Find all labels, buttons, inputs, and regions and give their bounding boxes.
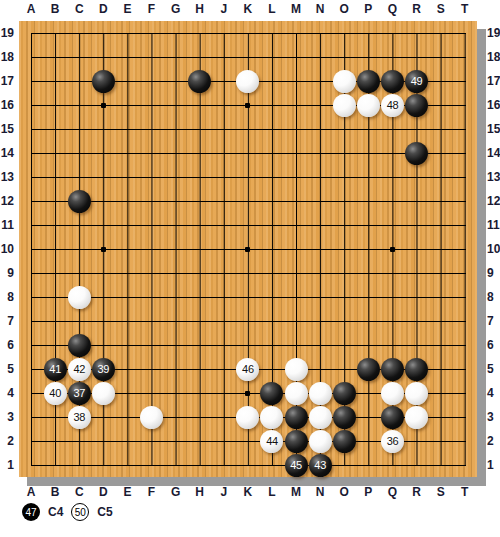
star-dot	[245, 103, 250, 108]
column-label-S: S	[429, 484, 453, 500]
row-label-2: 2	[486, 429, 500, 453]
point-M5	[284, 357, 308, 381]
point-Q2: 36	[380, 429, 404, 453]
star-point-K10	[236, 237, 260, 261]
stone-H17[interactable]	[188, 70, 211, 93]
column-label-R: R	[405, 484, 429, 500]
stone-M5[interactable]	[285, 358, 308, 381]
column-label-E: E	[115, 0, 139, 17]
row-label-13: 13	[486, 165, 500, 189]
point-R17: 49	[405, 69, 429, 93]
point-K3	[236, 405, 260, 429]
row-label-6: 6	[486, 333, 500, 357]
star-point-Q10	[380, 237, 404, 261]
stone-R3[interactable]	[405, 406, 428, 429]
move-number: 42	[73, 364, 85, 375]
row-label-4: 4	[0, 381, 16, 405]
stone-D17[interactable]	[92, 70, 115, 93]
board-shadow-bottom	[27, 477, 486, 486]
row-labels-left: 19181716151413121110987654321	[0, 21, 16, 477]
row-label-7: 7	[0, 309, 16, 333]
move-number: 44	[266, 436, 278, 447]
move-number: 49	[411, 76, 423, 87]
row-label-18: 18	[486, 45, 500, 69]
row-label-19: 19	[0, 21, 16, 45]
star-dot	[101, 247, 106, 252]
star-point-D16	[91, 93, 115, 117]
stone-N1[interactable]: 43	[309, 454, 332, 477]
column-label-L: L	[260, 0, 284, 17]
column-labels-top: ABCDEFGHJKLMNOPQRST	[19, 0, 477, 17]
stone-K5[interactable]: 46	[236, 358, 259, 381]
stone-R16[interactable]	[405, 94, 428, 117]
move-number: 37	[73, 388, 85, 399]
stone-M1[interactable]: 45	[285, 454, 308, 477]
move-number: 43	[314, 460, 326, 471]
row-label-4: 4	[486, 381, 500, 405]
point-N2	[308, 429, 332, 453]
column-label-J: J	[212, 0, 236, 17]
stone-C5[interactable]: 42	[68, 358, 91, 381]
stone-O17[interactable]	[333, 70, 356, 93]
row-label-18: 18	[0, 45, 16, 69]
row-label-16: 16	[486, 93, 500, 117]
column-label-H: H	[188, 484, 212, 500]
column-label-K: K	[236, 484, 260, 500]
row-label-15: 15	[486, 117, 500, 141]
stone-R4[interactable]	[405, 382, 428, 405]
point-D4	[91, 381, 115, 405]
move-number: 45	[290, 460, 302, 471]
stone-P16[interactable]	[357, 94, 380, 117]
column-label-M: M	[284, 484, 308, 500]
point-R4	[405, 381, 429, 405]
point-B4: 40	[43, 381, 67, 405]
point-R3	[405, 405, 429, 429]
stone-Q4[interactable]	[381, 382, 404, 405]
column-label-D: D	[91, 484, 115, 500]
row-label-3: 3	[0, 405, 16, 429]
point-O3	[332, 405, 356, 429]
point-P16	[356, 93, 380, 117]
column-label-S: S	[429, 0, 453, 17]
row-label-12: 12	[0, 189, 16, 213]
row-label-15: 15	[0, 117, 16, 141]
row-label-14: 14	[486, 141, 500, 165]
column-label-B: B	[43, 0, 67, 17]
point-Q16: 48	[380, 93, 404, 117]
point-L4	[260, 381, 284, 405]
row-label-8: 8	[0, 285, 16, 309]
row-label-11: 11	[0, 213, 16, 237]
column-label-Q: Q	[380, 484, 404, 500]
stone-Q3[interactable]	[381, 406, 404, 429]
row-label-12: 12	[486, 189, 500, 213]
star-dot	[390, 247, 395, 252]
row-label-10: 10	[486, 237, 500, 261]
point-P17	[356, 69, 380, 93]
point-R14	[405, 141, 429, 165]
point-K5: 46	[236, 357, 260, 381]
column-label-D: D	[91, 0, 115, 17]
point-K17	[236, 69, 260, 93]
stone-B4[interactable]: 40	[44, 382, 67, 405]
stone-K3[interactable]	[236, 406, 259, 429]
column-label-O: O	[332, 484, 356, 500]
star-dot	[245, 391, 250, 396]
stone-Q16[interactable]: 48	[381, 94, 404, 117]
column-label-T: T	[453, 0, 477, 17]
point-L2: 44	[260, 429, 284, 453]
column-label-T: T	[453, 484, 477, 500]
stone-K17[interactable]	[236, 70, 259, 93]
row-label-1: 1	[0, 453, 16, 477]
point-B5: 41	[43, 357, 67, 381]
row-label-17: 17	[0, 69, 16, 93]
column-label-C: C	[67, 0, 91, 17]
point-O16	[332, 93, 356, 117]
row-label-14: 14	[0, 141, 16, 165]
stone-O3[interactable]	[333, 406, 356, 429]
move-number: 48	[387, 100, 399, 111]
point-O17	[332, 69, 356, 93]
stone-R14[interactable]	[405, 142, 428, 165]
stone-P5[interactable]	[357, 358, 380, 381]
stone-B5[interactable]: 41	[44, 358, 67, 381]
column-label-P: P	[356, 0, 380, 17]
point-F3	[139, 405, 163, 429]
row-label-11: 11	[486, 213, 500, 237]
column-label-M: M	[284, 0, 308, 17]
go-diagram: ABCDEFGHJKLMNOPQRST ABCDEFGHJKLMNOPQRST …	[0, 0, 500, 537]
point-C4: 37	[67, 381, 91, 405]
point-M3	[284, 405, 308, 429]
caption-stone-number: 47	[25, 507, 36, 518]
point-Q3	[380, 405, 404, 429]
stone-L2[interactable]: 44	[260, 430, 283, 453]
row-label-7: 7	[486, 309, 500, 333]
star-dot	[245, 247, 250, 252]
point-H17	[188, 69, 212, 93]
star-point-D10	[91, 237, 115, 261]
row-label-3: 3	[486, 405, 500, 429]
row-label-8: 8	[486, 285, 500, 309]
column-label-H: H	[188, 0, 212, 17]
stone-C3[interactable]: 38	[68, 406, 91, 429]
point-O4	[332, 381, 356, 405]
move-number: 36	[387, 436, 399, 447]
row-labels-right: 19181716151413121110987654321	[486, 21, 500, 477]
row-label-13: 13	[0, 165, 16, 189]
row-label-16: 16	[0, 93, 16, 117]
column-label-A: A	[19, 484, 43, 500]
caption-stone-black: 47	[22, 503, 40, 521]
caption-stone-number: 50	[75, 507, 86, 518]
board-grid: 49484142394640373844364543	[19, 21, 477, 477]
stone-C8[interactable]	[68, 286, 91, 309]
column-label-K: K	[236, 0, 260, 17]
point-P5	[356, 357, 380, 381]
point-Q4	[380, 381, 404, 405]
stone-O4[interactable]	[333, 382, 356, 405]
column-label-C: C	[67, 484, 91, 500]
row-label-1: 1	[486, 453, 500, 477]
caption-point-text: C4	[48, 505, 63, 519]
point-N3	[308, 405, 332, 429]
column-label-G: G	[164, 0, 188, 17]
move-number: 40	[49, 388, 61, 399]
move-number: 46	[242, 364, 254, 375]
star-point-K4	[236, 381, 260, 405]
point-M2	[284, 429, 308, 453]
column-label-G: G	[164, 484, 188, 500]
row-label-6: 6	[0, 333, 16, 357]
stone-M3[interactable]	[285, 406, 308, 429]
stone-D5[interactable]: 39	[92, 358, 115, 381]
point-M1: 45	[284, 453, 308, 477]
point-R5	[405, 357, 429, 381]
stone-F3[interactable]	[140, 406, 163, 429]
column-label-P: P	[356, 484, 380, 500]
row-label-5: 5	[0, 357, 16, 381]
stone-N2[interactable]	[309, 430, 332, 453]
point-C8	[67, 285, 91, 309]
board-shadow-right	[477, 29, 486, 486]
column-label-F: F	[139, 484, 163, 500]
point-M4	[284, 381, 308, 405]
column-label-R: R	[405, 0, 429, 17]
stone-L4[interactable]	[260, 382, 283, 405]
column-label-E: E	[115, 484, 139, 500]
column-label-B: B	[43, 484, 67, 500]
point-Q17	[380, 69, 404, 93]
stone-R17[interactable]: 49	[405, 70, 428, 93]
point-L3	[260, 405, 284, 429]
point-N1: 43	[308, 453, 332, 477]
column-label-O: O	[332, 0, 356, 17]
move-caption: 47 C4 50 C5	[22, 502, 113, 522]
stone-P17[interactable]	[357, 70, 380, 93]
column-label-L: L	[260, 484, 284, 500]
column-label-J: J	[212, 484, 236, 500]
move-number: 38	[73, 412, 85, 423]
point-C3: 38	[67, 405, 91, 429]
row-label-19: 19	[486, 21, 500, 45]
stone-R5[interactable]	[405, 358, 428, 381]
point-C6	[67, 333, 91, 357]
stone-M2[interactable]	[285, 430, 308, 453]
stone-L3[interactable]	[260, 406, 283, 429]
column-label-N: N	[308, 484, 332, 500]
point-C5: 42	[67, 357, 91, 381]
row-label-10: 10	[0, 237, 16, 261]
point-C12	[67, 189, 91, 213]
stone-Q2[interactable]: 36	[381, 430, 404, 453]
go-board[interactable]: 49484142394640373844364543	[19, 21, 477, 477]
point-D17	[91, 69, 115, 93]
star-dot	[101, 103, 106, 108]
row-label-17: 17	[486, 69, 500, 93]
stone-O2[interactable]	[333, 430, 356, 453]
column-label-Q: Q	[380, 0, 404, 17]
point-D5: 39	[91, 357, 115, 381]
row-label-9: 9	[486, 261, 500, 285]
point-N4	[308, 381, 332, 405]
column-label-A: A	[19, 0, 43, 17]
stone-Q5[interactable]	[381, 358, 404, 381]
stone-O16[interactable]	[333, 94, 356, 117]
move-number: 39	[98, 364, 110, 375]
caption-point-text: C5	[97, 505, 112, 519]
stone-N3[interactable]	[309, 406, 332, 429]
stone-N4[interactable]	[309, 382, 332, 405]
stone-C6[interactable]	[68, 334, 91, 357]
move-number: 41	[49, 364, 61, 375]
stone-Q17[interactable]	[381, 70, 404, 93]
star-point-K16	[236, 93, 260, 117]
point-R16	[405, 93, 429, 117]
caption-stone-white: 50	[71, 503, 89, 521]
row-label-9: 9	[0, 261, 16, 285]
column-label-F: F	[139, 0, 163, 17]
row-label-5: 5	[486, 357, 500, 381]
stone-D4[interactable]	[92, 382, 115, 405]
point-Q5	[380, 357, 404, 381]
point-O2	[332, 429, 356, 453]
row-label-2: 2	[0, 429, 16, 453]
stone-C4[interactable]: 37	[68, 382, 91, 405]
column-labels-bottom: ABCDEFGHJKLMNOPQRST	[19, 484, 477, 500]
column-label-N: N	[308, 0, 332, 17]
stone-M4[interactable]	[285, 382, 308, 405]
stone-C12[interactable]	[68, 190, 91, 213]
